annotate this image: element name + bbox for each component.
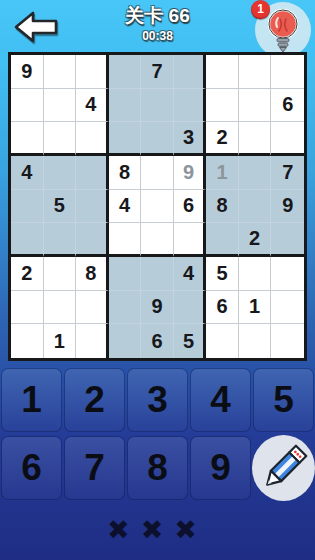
sudoku-cell-r2c1[interactable]: [11, 89, 44, 123]
sudoku-cell-r8c2[interactable]: [44, 291, 77, 325]
sudoku-cell-r5c1[interactable]: [11, 190, 44, 224]
numpad-slot: 4: [189, 368, 252, 432]
sudoku-cell-r9c6[interactable]: 5: [174, 324, 207, 358]
sudoku-cell-r2c9[interactable]: 6: [271, 89, 304, 123]
numpad-slot: 6: [0, 436, 63, 500]
numpad-button-6[interactable]: 6: [2, 437, 61, 499]
sudoku-cell-r6c6[interactable]: [174, 223, 207, 257]
sudoku-cell-r8c4[interactable]: [109, 291, 142, 325]
numpad-slot: [252, 436, 315, 500]
sudoku-cell-r3c7[interactable]: 2: [206, 122, 239, 156]
sudoku-cell-r1c5[interactable]: 7: [141, 55, 174, 89]
sudoku-cell-r2c4[interactable]: [109, 89, 142, 123]
numpad-row-2: 6 7 8 9: [0, 436, 315, 500]
sudoku-cell-r1c3[interactable]: [76, 55, 109, 89]
sudoku-cell-r4c5[interactable]: [141, 156, 174, 190]
sudoku-cell-r5c3[interactable]: [76, 190, 109, 224]
sudoku-cell-r3c1[interactable]: [11, 122, 44, 156]
back-arrow-icon: [13, 9, 59, 45]
sudoku-cell-r4c1[interactable]: 4: [11, 156, 44, 190]
sudoku-cell-r5c7[interactable]: 8: [206, 190, 239, 224]
sudoku-cell-r1c7[interactable]: [206, 55, 239, 89]
sudoku-cell-r4c7[interactable]: 1: [206, 156, 239, 190]
numpad-button-5[interactable]: 5: [254, 369, 313, 431]
mistake-x-icon: ✖: [107, 515, 141, 545]
sudoku-cell-r5c6[interactable]: 6: [174, 190, 207, 224]
sudoku-cell-r4c9[interactable]: 7: [271, 156, 304, 190]
mistake-counter: ✖✖✖: [0, 514, 315, 546]
sudoku-cell-r2c7[interactable]: [206, 89, 239, 123]
back-button[interactable]: [13, 9, 59, 45]
sudoku-cell-r3c3[interactable]: [76, 122, 109, 156]
sudoku-cell-r6c3[interactable]: [76, 223, 109, 257]
sudoku-cell-r1c8[interactable]: [239, 55, 272, 89]
sudoku-cell-r7c8[interactable]: [239, 257, 272, 291]
numpad-button-8[interactable]: 8: [128, 437, 187, 499]
sudoku-cell-r5c5[interactable]: [141, 190, 174, 224]
sudoku-cell-r2c3[interactable]: 4: [76, 89, 109, 123]
sudoku-cell-r2c8[interactable]: [239, 89, 272, 123]
sudoku-cell-r6c7[interactable]: [206, 223, 239, 257]
sudoku-cell-r8c6[interactable]: [174, 291, 207, 325]
sudoku-cell-r9c4[interactable]: [109, 324, 142, 358]
sudoku-cell-r9c7[interactable]: [206, 324, 239, 358]
sudoku-cell-r6c1[interactable]: [11, 223, 44, 257]
pencil-mode-button[interactable]: [252, 435, 315, 501]
sudoku-board: 974632489175468922845961165: [8, 52, 307, 361]
sudoku-cell-r4c8[interactable]: [239, 156, 272, 190]
page-title: 关卡 66: [60, 4, 255, 28]
mistake-x-icon: ✖: [174, 515, 208, 545]
sudoku-cell-r3c4[interactable]: [109, 122, 142, 156]
numpad-slot: 9: [189, 436, 252, 500]
sudoku-cell-r9c3[interactable]: [76, 324, 109, 358]
numpad-button-3[interactable]: 3: [128, 369, 187, 431]
sudoku-cell-r9c1[interactable]: [11, 324, 44, 358]
numpad-slot: 5: [252, 368, 315, 432]
header: 关卡 66 00:38 1: [0, 0, 315, 52]
sudoku-cell-r5c4[interactable]: 4: [109, 190, 142, 224]
numpad-slot: 3: [126, 368, 189, 432]
sudoku-cell-r8c5[interactable]: 9: [141, 291, 174, 325]
numpad-slot: 1: [0, 368, 63, 432]
numpad-slot: 7: [63, 436, 126, 500]
sudoku-cell-r8c1[interactable]: [11, 291, 44, 325]
sudoku-cell-r7c5[interactable]: [141, 257, 174, 291]
numpad-button-4[interactable]: 4: [191, 369, 250, 431]
sudoku-cell-r8c3[interactable]: [76, 291, 109, 325]
sudoku-cell-r3c5[interactable]: [141, 122, 174, 156]
sudoku-cell-r9c2[interactable]: 1: [44, 324, 77, 358]
numpad-button-1[interactable]: 1: [2, 369, 61, 431]
sudoku-cell-r5c2[interactable]: 5: [44, 190, 77, 224]
sudoku-cell-r1c6[interactable]: [174, 55, 207, 89]
sudoku-cell-r4c2[interactable]: [44, 156, 77, 190]
sudoku-cell-r6c2[interactable]: [44, 223, 77, 257]
sudoku-cell-r4c6[interactable]: 9: [174, 156, 207, 190]
sudoku-app: 关卡 66 00:38 1 97463248917546892284596116…: [0, 0, 315, 560]
sudoku-cell-r2c6[interactable]: [174, 89, 207, 123]
sudoku-cell-r7c2[interactable]: [44, 257, 77, 291]
sudoku-cell-r3c9[interactable]: [271, 122, 304, 156]
sudoku-cell-r6c5[interactable]: [141, 223, 174, 257]
numpad-slot: 8: [126, 436, 189, 500]
sudoku-cell-r7c1[interactable]: 2: [11, 257, 44, 291]
sudoku-cell-r3c6[interactable]: 3: [174, 122, 207, 156]
timer: 00:38: [60, 29, 255, 43]
sudoku-cell-r2c2[interactable]: [44, 89, 77, 123]
mistake-x-icon: ✖: [141, 515, 175, 545]
sudoku-cell-r2c5[interactable]: [141, 89, 174, 123]
sudoku-cell-r7c9[interactable]: [271, 257, 304, 291]
sudoku-cell-r1c4[interactable]: [109, 55, 142, 89]
numpad-button-9[interactable]: 9: [191, 437, 250, 499]
sudoku-cell-r8c8[interactable]: 1: [239, 291, 272, 325]
sudoku-cell-r4c3[interactable]: [76, 156, 109, 190]
sudoku-cell-r1c1[interactable]: 9: [11, 55, 44, 89]
sudoku-cell-r3c2[interactable]: [44, 122, 77, 156]
sudoku-cell-r4c4[interactable]: 8: [109, 156, 142, 190]
sudoku-cell-r3c8[interactable]: [239, 122, 272, 156]
title-wrap: 关卡 66 00:38: [60, 4, 255, 43]
sudoku-cell-r1c2[interactable]: [44, 55, 77, 89]
sudoku-cell-r9c5[interactable]: 6: [141, 324, 174, 358]
sudoku-cell-r9c8[interactable]: [239, 324, 272, 358]
numpad-button-2[interactable]: 2: [65, 369, 124, 431]
sudoku-cell-r5c8[interactable]: [239, 190, 272, 224]
hint-badge: 1: [251, 0, 270, 19]
numpad-slot: 2: [63, 368, 126, 432]
sudoku-cell-r5c9[interactable]: 9: [271, 190, 304, 224]
sudoku-cell-r8c9[interactable]: [271, 291, 304, 325]
sudoku-cell-r7c4[interactable]: [109, 257, 142, 291]
sudoku-cell-r1c9[interactable]: [271, 55, 304, 89]
sudoku-cell-r6c8[interactable]: 2: [239, 223, 272, 257]
pencil-icon: [257, 441, 311, 495]
numpad-button-7[interactable]: 7: [65, 437, 124, 499]
sudoku-cell-r9c9[interactable]: [271, 324, 304, 358]
sudoku-cell-r6c4[interactable]: [109, 223, 142, 257]
hint-button[interactable]: 1: [255, 2, 311, 58]
sudoku-cell-r7c7[interactable]: 5: [206, 257, 239, 291]
sudoku-cell-r7c6[interactable]: 4: [174, 257, 207, 291]
sudoku-cell-r7c3[interactable]: 8: [76, 257, 109, 291]
sudoku-cell-r8c7[interactable]: 6: [206, 291, 239, 325]
numpad-row-1: 1 2 3 4 5: [0, 368, 315, 432]
sudoku-cell-r6c9[interactable]: [271, 223, 304, 257]
